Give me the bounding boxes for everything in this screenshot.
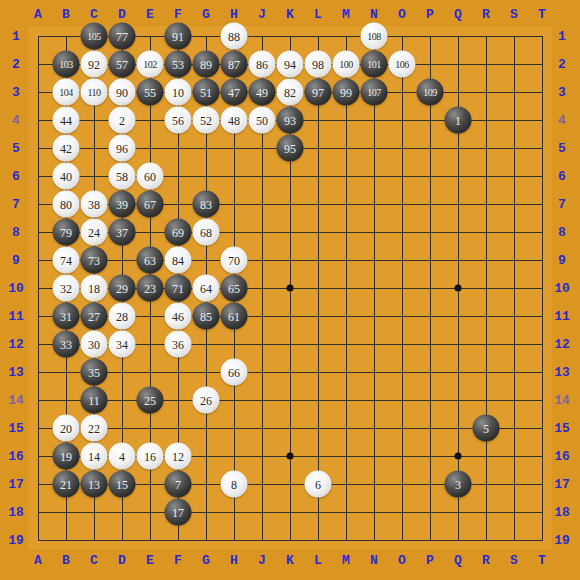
column-label-top: R bbox=[482, 8, 490, 21]
black-stone-5: 5 bbox=[473, 415, 500, 442]
move-number: 102 bbox=[143, 59, 157, 69]
black-stone-25: 25 bbox=[137, 387, 164, 414]
column-label-bottom: T bbox=[538, 554, 546, 567]
move-number: 86 bbox=[256, 58, 268, 70]
move-number: 26 bbox=[200, 394, 212, 406]
black-stone-13: 13 bbox=[81, 471, 108, 498]
black-stone-27: 27 bbox=[81, 303, 108, 330]
black-stone-1: 1 bbox=[445, 107, 472, 134]
black-stone-103: 103 bbox=[53, 51, 80, 78]
move-number: 40 bbox=[60, 170, 72, 182]
column-label-top: M bbox=[342, 8, 350, 21]
white-stone-50: 50 bbox=[249, 107, 276, 134]
move-number: 25 bbox=[144, 394, 156, 406]
grid-line-horizontal bbox=[38, 400, 543, 401]
row-label-left: 3 bbox=[12, 86, 20, 99]
move-number: 104 bbox=[59, 87, 73, 97]
row-label-right: 12 bbox=[554, 338, 570, 351]
column-label-top: B bbox=[62, 8, 70, 21]
row-label-right: 17 bbox=[554, 478, 570, 491]
white-stone-48: 48 bbox=[221, 107, 248, 134]
move-number: 22 bbox=[88, 422, 100, 434]
white-stone-58: 58 bbox=[109, 163, 136, 190]
black-stone-17: 17 bbox=[165, 499, 192, 526]
column-label-top: D bbox=[118, 8, 126, 21]
black-stone-77: 77 bbox=[109, 23, 136, 50]
move-number: 1 bbox=[455, 114, 461, 126]
move-number: 42 bbox=[60, 142, 72, 154]
black-stone-69: 69 bbox=[165, 219, 192, 246]
move-number: 57 bbox=[116, 58, 128, 70]
black-stone-65: 65 bbox=[221, 275, 248, 302]
move-number: 70 bbox=[228, 254, 240, 266]
white-stone-106: 106 bbox=[389, 51, 416, 78]
move-number: 89 bbox=[200, 58, 212, 70]
column-label-bottom: S bbox=[510, 554, 518, 567]
move-number: 47 bbox=[228, 86, 240, 98]
move-number: 51 bbox=[200, 86, 212, 98]
row-label-left: 18 bbox=[8, 506, 24, 519]
black-stone-19: 19 bbox=[53, 443, 80, 470]
row-label-right: 16 bbox=[554, 450, 570, 463]
star-point bbox=[287, 285, 294, 292]
black-stone-21: 21 bbox=[53, 471, 80, 498]
row-label-right: 13 bbox=[554, 366, 570, 379]
column-label-bottom: K bbox=[286, 554, 294, 567]
move-number: 30 bbox=[88, 338, 100, 350]
move-number: 52 bbox=[200, 114, 212, 126]
move-number: 68 bbox=[200, 226, 212, 238]
row-label-right: 8 bbox=[558, 226, 566, 239]
row-label-right: 5 bbox=[558, 142, 566, 155]
row-label-left: 6 bbox=[12, 170, 20, 183]
row-label-left: 19 bbox=[8, 534, 24, 547]
move-number: 29 bbox=[116, 282, 128, 294]
grid-line-horizontal bbox=[38, 260, 543, 261]
grid-line-horizontal bbox=[38, 540, 543, 541]
column-label-bottom: L bbox=[314, 554, 322, 567]
black-stone-53: 53 bbox=[165, 51, 192, 78]
black-stone-87: 87 bbox=[221, 51, 248, 78]
move-number: 15 bbox=[116, 478, 128, 490]
row-label-left: 13 bbox=[8, 366, 24, 379]
white-stone-18: 18 bbox=[81, 275, 108, 302]
row-label-right: 9 bbox=[558, 254, 566, 267]
row-label-left: 17 bbox=[8, 478, 24, 491]
black-stone-15: 15 bbox=[109, 471, 136, 498]
black-stone-95: 95 bbox=[277, 135, 304, 162]
row-label-right: 2 bbox=[558, 58, 566, 71]
white-stone-80: 80 bbox=[53, 191, 80, 218]
column-label-top: C bbox=[90, 8, 98, 21]
move-number: 24 bbox=[88, 226, 100, 238]
black-stone-11: 11 bbox=[81, 387, 108, 414]
column-label-bottom: M bbox=[342, 554, 350, 567]
column-label-bottom: H bbox=[230, 554, 238, 567]
star-point bbox=[455, 453, 462, 460]
black-stone-7: 7 bbox=[165, 471, 192, 498]
move-number: 97 bbox=[312, 86, 324, 98]
row-label-left: 5 bbox=[12, 142, 20, 155]
move-number: 99 bbox=[340, 86, 352, 98]
row-label-right: 7 bbox=[558, 198, 566, 211]
move-number: 91 bbox=[172, 30, 184, 42]
column-label-bottom: N bbox=[370, 554, 378, 567]
move-number: 74 bbox=[60, 254, 72, 266]
move-number: 31 bbox=[60, 310, 72, 322]
grid-line-horizontal bbox=[38, 372, 543, 373]
move-number: 8 bbox=[231, 478, 237, 490]
row-label-right: 18 bbox=[554, 506, 570, 519]
black-stone-35: 35 bbox=[81, 359, 108, 386]
move-number: 66 bbox=[228, 366, 240, 378]
move-number: 53 bbox=[172, 58, 184, 70]
black-stone-23: 23 bbox=[137, 275, 164, 302]
white-stone-52: 52 bbox=[193, 107, 220, 134]
black-stone-29: 29 bbox=[109, 275, 136, 302]
move-number: 100 bbox=[339, 59, 353, 69]
move-number: 6 bbox=[315, 478, 321, 490]
move-number: 87 bbox=[228, 58, 240, 70]
move-number: 44 bbox=[60, 114, 72, 126]
column-label-bottom: A bbox=[34, 554, 42, 567]
move-number: 7 bbox=[175, 478, 181, 490]
black-stone-67: 67 bbox=[137, 191, 164, 218]
white-stone-24: 24 bbox=[81, 219, 108, 246]
move-number: 33 bbox=[60, 338, 72, 350]
move-number: 90 bbox=[116, 86, 128, 98]
column-label-top: S bbox=[510, 8, 518, 21]
white-stone-4: 4 bbox=[109, 443, 136, 470]
white-stone-34: 34 bbox=[109, 331, 136, 358]
white-stone-14: 14 bbox=[81, 443, 108, 470]
black-stone-55: 55 bbox=[137, 79, 164, 106]
column-label-bottom: B bbox=[62, 554, 70, 567]
move-number: 85 bbox=[200, 310, 212, 322]
column-label-bottom: G bbox=[202, 554, 210, 567]
row-label-left: 7 bbox=[12, 198, 20, 211]
black-stone-89: 89 bbox=[193, 51, 220, 78]
move-number: 55 bbox=[144, 86, 156, 98]
black-stone-109: 109 bbox=[417, 79, 444, 106]
column-label-top: T bbox=[538, 8, 546, 21]
white-stone-98: 98 bbox=[305, 51, 332, 78]
row-label-right: 1 bbox=[558, 30, 566, 43]
move-number: 79 bbox=[60, 226, 72, 238]
column-label-top: P bbox=[426, 8, 434, 21]
white-stone-38: 38 bbox=[81, 191, 108, 218]
column-label-bottom: J bbox=[258, 554, 266, 567]
column-label-top: A bbox=[34, 8, 42, 21]
column-label-top: E bbox=[146, 8, 154, 21]
row-label-left: 11 bbox=[8, 310, 24, 323]
move-number: 88 bbox=[228, 30, 240, 42]
move-number: 69 bbox=[172, 226, 184, 238]
white-stone-70: 70 bbox=[221, 247, 248, 274]
white-stone-68: 68 bbox=[193, 219, 220, 246]
black-stone-101: 101 bbox=[361, 51, 388, 78]
column-label-bottom: Q bbox=[454, 554, 462, 567]
move-number: 12 bbox=[172, 450, 184, 462]
row-label-right: 10 bbox=[554, 282, 570, 295]
black-stone-97: 97 bbox=[305, 79, 332, 106]
column-label-bottom: P bbox=[426, 554, 434, 567]
move-number: 38 bbox=[88, 198, 100, 210]
move-number: 13 bbox=[88, 478, 100, 490]
move-number: 98 bbox=[312, 58, 324, 70]
move-number: 96 bbox=[116, 142, 128, 154]
column-label-top: F bbox=[174, 8, 182, 21]
black-stone-91: 91 bbox=[165, 23, 192, 50]
black-stone-79: 79 bbox=[53, 219, 80, 246]
black-stone-71: 71 bbox=[165, 275, 192, 302]
move-number: 105 bbox=[87, 31, 101, 41]
white-stone-96: 96 bbox=[109, 135, 136, 162]
row-label-right: 6 bbox=[558, 170, 566, 183]
move-number: 21 bbox=[60, 478, 72, 490]
move-number: 35 bbox=[88, 366, 100, 378]
white-stone-90: 90 bbox=[109, 79, 136, 106]
move-number: 39 bbox=[116, 198, 128, 210]
column-label-bottom: F bbox=[174, 554, 182, 567]
row-label-left: 14 bbox=[8, 394, 24, 407]
black-stone-51: 51 bbox=[193, 79, 220, 106]
move-number: 103 bbox=[59, 59, 73, 69]
column-label-top: N bbox=[370, 8, 378, 21]
move-number: 108 bbox=[367, 31, 381, 41]
white-stone-28: 28 bbox=[109, 303, 136, 330]
white-stone-30: 30 bbox=[81, 331, 108, 358]
white-stone-60: 60 bbox=[137, 163, 164, 190]
move-number: 67 bbox=[144, 198, 156, 210]
white-stone-46: 46 bbox=[165, 303, 192, 330]
white-stone-16: 16 bbox=[137, 443, 164, 470]
black-stone-49: 49 bbox=[249, 79, 276, 106]
move-number: 50 bbox=[256, 114, 268, 126]
move-number: 77 bbox=[116, 30, 128, 42]
move-number: 95 bbox=[284, 142, 296, 154]
black-stone-63: 63 bbox=[137, 247, 164, 274]
move-number: 107 bbox=[367, 87, 381, 97]
move-number: 83 bbox=[200, 198, 212, 210]
move-number: 48 bbox=[228, 114, 240, 126]
row-label-left: 16 bbox=[8, 450, 24, 463]
row-label-right: 19 bbox=[554, 534, 570, 547]
move-number: 92 bbox=[88, 58, 100, 70]
star-point bbox=[455, 285, 462, 292]
row-label-right: 4 bbox=[558, 114, 566, 127]
move-number: 101 bbox=[367, 59, 381, 69]
column-label-top: G bbox=[202, 8, 210, 21]
row-label-right: 14 bbox=[554, 394, 570, 407]
move-number: 56 bbox=[172, 114, 184, 126]
move-number: 32 bbox=[60, 282, 72, 294]
white-stone-12: 12 bbox=[165, 443, 192, 470]
move-number: 71 bbox=[172, 282, 184, 294]
move-number: 60 bbox=[144, 170, 156, 182]
column-label-top: K bbox=[286, 8, 294, 21]
white-stone-40: 40 bbox=[53, 163, 80, 190]
move-number: 110 bbox=[87, 87, 100, 97]
column-label-top: J bbox=[258, 8, 266, 21]
white-stone-6: 6 bbox=[305, 471, 332, 498]
column-label-top: O bbox=[398, 8, 406, 21]
move-number: 20 bbox=[60, 422, 72, 434]
grid-line-horizontal bbox=[38, 512, 543, 513]
column-label-bottom: C bbox=[90, 554, 98, 567]
move-number: 28 bbox=[116, 310, 128, 322]
move-number: 61 bbox=[228, 310, 240, 322]
black-stone-39: 39 bbox=[109, 191, 136, 218]
move-number: 4 bbox=[119, 450, 125, 462]
black-stone-99: 99 bbox=[333, 79, 360, 106]
white-stone-94: 94 bbox=[277, 51, 304, 78]
row-label-left: 9 bbox=[12, 254, 20, 267]
black-stone-85: 85 bbox=[193, 303, 220, 330]
move-number: 23 bbox=[144, 282, 156, 294]
black-stone-33: 33 bbox=[53, 331, 80, 358]
move-number: 109 bbox=[423, 87, 437, 97]
row-label-left: 2 bbox=[12, 58, 20, 71]
move-number: 84 bbox=[172, 254, 184, 266]
white-stone-84: 84 bbox=[165, 247, 192, 274]
row-label-left: 12 bbox=[8, 338, 24, 351]
row-label-right: 3 bbox=[558, 86, 566, 99]
white-stone-82: 82 bbox=[277, 79, 304, 106]
white-stone-64: 64 bbox=[193, 275, 220, 302]
black-stone-73: 73 bbox=[81, 247, 108, 274]
move-number: 63 bbox=[144, 254, 156, 266]
row-label-left: 1 bbox=[12, 30, 20, 43]
grid-line-horizontal bbox=[38, 428, 543, 429]
white-stone-42: 42 bbox=[53, 135, 80, 162]
row-label-right: 11 bbox=[554, 310, 570, 323]
white-stone-88: 88 bbox=[221, 23, 248, 50]
column-label-bottom: E bbox=[146, 554, 154, 567]
white-stone-20: 20 bbox=[53, 415, 80, 442]
white-stone-86: 86 bbox=[249, 51, 276, 78]
star-point bbox=[287, 453, 294, 460]
white-stone-26: 26 bbox=[193, 387, 220, 414]
white-stone-104: 104 bbox=[53, 79, 80, 106]
move-number: 34 bbox=[116, 338, 128, 350]
black-stone-83: 83 bbox=[193, 191, 220, 218]
white-stone-22: 22 bbox=[81, 415, 108, 442]
white-stone-32: 32 bbox=[53, 275, 80, 302]
black-stone-107: 107 bbox=[361, 79, 388, 106]
white-stone-8: 8 bbox=[221, 471, 248, 498]
white-stone-74: 74 bbox=[53, 247, 80, 274]
move-number: 73 bbox=[88, 254, 100, 266]
black-stone-31: 31 bbox=[53, 303, 80, 330]
row-label-left: 15 bbox=[8, 422, 24, 435]
white-stone-110: 110 bbox=[81, 79, 108, 106]
column-label-top: L bbox=[314, 8, 322, 21]
move-number: 80 bbox=[60, 198, 72, 210]
move-number: 49 bbox=[256, 86, 268, 98]
move-number: 3 bbox=[455, 478, 461, 490]
move-number: 93 bbox=[284, 114, 296, 126]
column-label-top: Q bbox=[454, 8, 462, 21]
row-label-left: 4 bbox=[12, 114, 20, 127]
white-stone-92: 92 bbox=[81, 51, 108, 78]
black-stone-37: 37 bbox=[109, 219, 136, 246]
move-number: 2 bbox=[119, 114, 125, 126]
white-stone-56: 56 bbox=[165, 107, 192, 134]
move-number: 17 bbox=[172, 506, 184, 518]
black-stone-47: 47 bbox=[221, 79, 248, 106]
move-number: 27 bbox=[88, 310, 100, 322]
move-number: 94 bbox=[284, 58, 296, 70]
move-number: 18 bbox=[88, 282, 100, 294]
white-stone-44: 44 bbox=[53, 107, 80, 134]
row-label-left: 8 bbox=[12, 226, 20, 239]
move-number: 11 bbox=[88, 394, 100, 406]
move-number: 46 bbox=[172, 310, 184, 322]
black-stone-3: 3 bbox=[445, 471, 472, 498]
move-number: 14 bbox=[88, 450, 100, 462]
move-number: 36 bbox=[172, 338, 184, 350]
move-number: 82 bbox=[284, 86, 296, 98]
column-label-bottom: R bbox=[482, 554, 490, 567]
go-kifu-diagram: AABBCCDDEEFFGGHHJJKKLLMMNNOOPPQQRRSSTT11… bbox=[0, 0, 580, 580]
white-stone-66: 66 bbox=[221, 359, 248, 386]
black-stone-93: 93 bbox=[277, 107, 304, 134]
row-label-right: 15 bbox=[554, 422, 570, 435]
move-number: 64 bbox=[200, 282, 212, 294]
black-stone-61: 61 bbox=[221, 303, 248, 330]
move-number: 16 bbox=[144, 450, 156, 462]
move-number: 5 bbox=[483, 422, 489, 434]
white-stone-2: 2 bbox=[109, 107, 136, 134]
move-number: 37 bbox=[116, 226, 128, 238]
column-label-bottom: D bbox=[118, 554, 126, 567]
move-number: 65 bbox=[228, 282, 240, 294]
row-label-left: 10 bbox=[8, 282, 24, 295]
white-stone-10: 10 bbox=[165, 79, 192, 106]
white-stone-100: 100 bbox=[333, 51, 360, 78]
column-label-top: H bbox=[230, 8, 238, 21]
move-number: 106 bbox=[395, 59, 409, 69]
column-label-bottom: O bbox=[398, 554, 406, 567]
white-stone-102: 102 bbox=[137, 51, 164, 78]
move-number: 10 bbox=[172, 86, 184, 98]
white-stone-36: 36 bbox=[165, 331, 192, 358]
black-stone-57: 57 bbox=[109, 51, 136, 78]
move-number: 19 bbox=[60, 450, 72, 462]
move-number: 58 bbox=[116, 170, 128, 182]
white-stone-108: 108 bbox=[361, 23, 388, 50]
black-stone-105: 105 bbox=[81, 23, 108, 50]
